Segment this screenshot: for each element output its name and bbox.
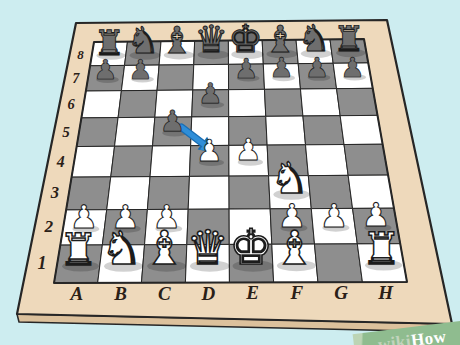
piece-shadow (164, 51, 195, 60)
square-d7 (193, 64, 229, 90)
file-label-f: F (289, 282, 303, 303)
piece-shadow (147, 261, 186, 272)
square-f5 (266, 116, 306, 145)
piece-shadow (96, 51, 125, 59)
piece-shadow (237, 75, 260, 82)
square-b5 (115, 117, 155, 146)
square-h5 (340, 115, 382, 144)
piece-shadow (301, 49, 332, 58)
piece-shadow (280, 224, 307, 232)
chess-illustration-canvas: 87654321ABCDEFGH ♜♞♝♛♚♝♞♜♟♟♟♟♟♟♟♟♟♟♞♟♟♟♟… (0, 0, 460, 345)
piece-shadow (233, 260, 274, 272)
piece-shadow (231, 50, 263, 59)
square-e6 (229, 89, 266, 116)
square-a3 (66, 177, 111, 210)
file-label-a: A (69, 283, 83, 304)
piece-shadow (199, 159, 224, 166)
square-d3 (188, 176, 229, 209)
square-b6 (118, 90, 157, 117)
piece-shadow (238, 159, 263, 166)
rank-label-6: 6 (68, 96, 76, 112)
square-g6 (300, 89, 340, 116)
piece-shadow (155, 225, 182, 233)
rank-label-7: 7 (73, 71, 81, 86)
file-label-c: C (158, 283, 171, 304)
square-a5 (77, 118, 118, 147)
square-c3 (147, 176, 189, 209)
square-g3 (308, 175, 352, 208)
piece-shadow (62, 261, 99, 272)
square-e3 (229, 176, 270, 209)
piece-shadow (114, 225, 141, 233)
piece-shadow (104, 261, 143, 272)
piece-shadow (273, 189, 309, 199)
square-b3 (107, 177, 150, 210)
file-label-b: B (113, 283, 127, 304)
piece-shadow (198, 50, 229, 59)
square-c4 (150, 146, 191, 177)
file-label-d: D (201, 283, 216, 304)
rank-label-1: 1 (38, 253, 47, 273)
piece-shadow (336, 49, 365, 57)
square-f4 (267, 145, 308, 176)
rank-label-5: 5 (62, 124, 70, 140)
wikihow-how-text: How (410, 327, 448, 345)
square-c7 (157, 65, 194, 91)
piece-shadow (130, 51, 161, 60)
square-b4 (111, 146, 153, 177)
square-c6 (155, 90, 193, 117)
square-f6 (264, 89, 302, 116)
piece-shadow (131, 76, 154, 83)
square-a4 (72, 146, 115, 177)
rank-label-3: 3 (50, 183, 59, 202)
square-h3 (348, 175, 394, 208)
square-e5 (229, 116, 267, 145)
piece-shadow (365, 260, 402, 271)
file-label-g: G (334, 282, 348, 303)
square-h6 (337, 88, 378, 115)
square-d2 (187, 209, 229, 245)
square-g5 (303, 116, 344, 145)
piece-shadow (96, 76, 119, 83)
square-a6 (81, 91, 121, 118)
piece-shadow (364, 224, 391, 232)
piece-shadow (277, 260, 316, 271)
wikihow-wiki-text: wiki (377, 331, 412, 345)
piece-shadow (343, 74, 366, 81)
chess-board: 87654321ABCDEFGH (0, 0, 460, 345)
piece-shadow (266, 49, 297, 58)
piece-shadow (201, 101, 225, 108)
piece-shadow (272, 75, 295, 82)
piece-shadow (72, 225, 99, 233)
file-label-e: E (245, 282, 259, 303)
piece-shadow (322, 224, 349, 232)
file-label-h: H (377, 282, 394, 303)
square-g4 (306, 145, 349, 176)
square-e2 (229, 209, 272, 245)
rank-label-4: 4 (56, 153, 65, 170)
rank-label-2: 2 (43, 217, 53, 236)
piece-shadow (308, 74, 331, 81)
piece-shadow (190, 260, 230, 271)
square-h4 (344, 144, 388, 175)
rank-label-8: 8 (77, 47, 84, 62)
square-g1 (314, 244, 362, 282)
